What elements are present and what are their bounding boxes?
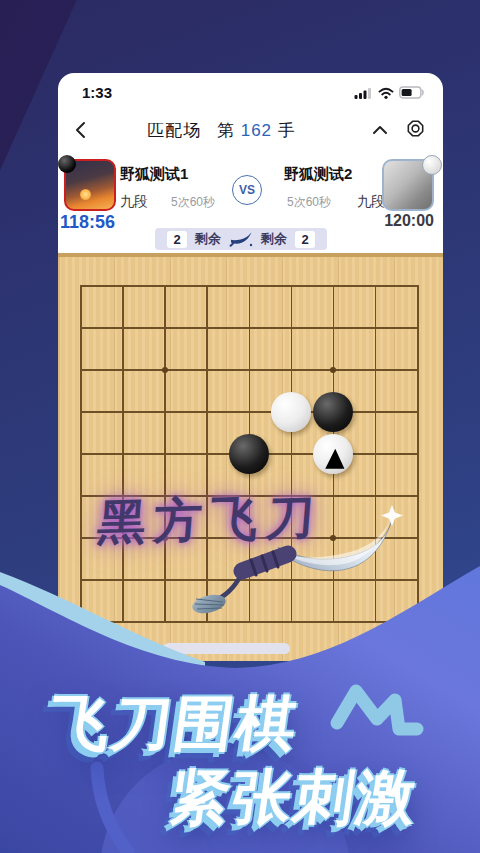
move-prefix: 第 bbox=[217, 121, 235, 140]
promo-title: 飞刀围棋 bbox=[44, 684, 303, 765]
battery-icon bbox=[399, 86, 425, 99]
player2-rank: 九段 bbox=[357, 193, 385, 211]
black-stone-badge bbox=[58, 155, 76, 173]
player2-byoyomi: 5次60秒 bbox=[287, 194, 331, 211]
move-suffix: 手 bbox=[278, 121, 296, 140]
players-panel: 118:56 野狐测试1 九段 5次60秒 VS 野狐测试2 5次60秒 九段 … bbox=[58, 153, 443, 233]
record-icon bbox=[406, 119, 425, 138]
player2-clock: 120:00 bbox=[376, 212, 434, 230]
status-bar: 1:33 bbox=[58, 79, 443, 105]
white-knives-left: 2 bbox=[295, 231, 315, 248]
phone-screenshot: 1:33 bbox=[58, 73, 443, 661]
white-stone-badge bbox=[422, 155, 442, 175]
move-number: 162 bbox=[241, 121, 272, 140]
player2-name: 野狐测试2 bbox=[284, 165, 352, 184]
player1-clock: 118:56 bbox=[60, 212, 136, 233]
remaining-label-right: 剩余 bbox=[261, 230, 287, 248]
chevron-up-icon bbox=[372, 125, 388, 135]
signal-bars-icon bbox=[354, 87, 373, 99]
room-label: 匹配场 bbox=[147, 121, 201, 140]
knife-remaining-bar: 2 剩余 剩余 2 bbox=[155, 228, 327, 250]
sparkle-icon bbox=[381, 505, 403, 526]
wifi-icon bbox=[378, 87, 394, 99]
bottom-sheet-handle[interactable] bbox=[163, 643, 290, 654]
promo-page: 1:33 bbox=[0, 0, 480, 853]
black-knives-left: 2 bbox=[167, 231, 187, 248]
back-button[interactable] bbox=[58, 121, 102, 139]
player1-rank: 九段 bbox=[120, 193, 148, 211]
status-time: 1:33 bbox=[82, 84, 112, 101]
flying-knife-image bbox=[178, 503, 408, 618]
knife-icon bbox=[229, 231, 253, 247]
vs-badge: VS bbox=[232, 175, 262, 205]
nav-bar: 匹配场 第 162 手 bbox=[58, 113, 443, 147]
collapse-button[interactable] bbox=[372, 121, 388, 139]
record-button[interactable] bbox=[406, 119, 425, 142]
player1-byoyomi: 5次60秒 bbox=[171, 194, 215, 211]
promo-subtitle: 紧张刺激 bbox=[164, 758, 423, 839]
remaining-label-left: 剩余 bbox=[195, 230, 221, 248]
player1-name: 野狐测试1 bbox=[120, 165, 188, 184]
nav-title: 匹配场 第 162 手 bbox=[102, 119, 341, 142]
chevron-left-icon bbox=[75, 121, 86, 139]
